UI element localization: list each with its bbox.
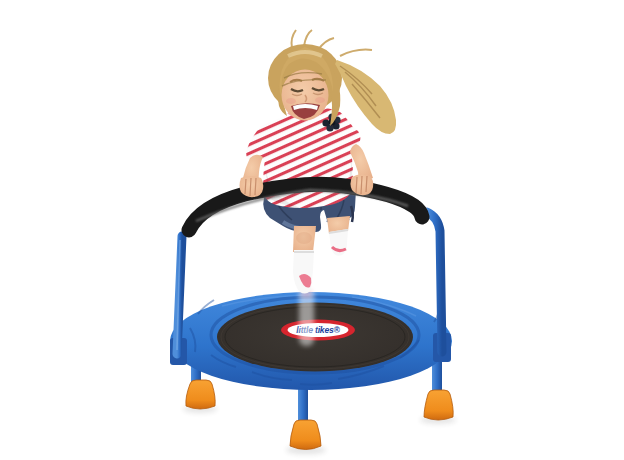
product-photo-svg: little tikes® bbox=[0, 0, 624, 460]
trampoline-foot-center bbox=[290, 420, 321, 450]
girl bbox=[242, 30, 396, 294]
brand-logo: little tikes® bbox=[281, 320, 355, 341]
trampoline-foot-right bbox=[424, 390, 453, 420]
girl-sock-left bbox=[293, 250, 314, 294]
trampoline-foot-left bbox=[186, 380, 215, 409]
product-photo: little tikes® bbox=[0, 0, 624, 460]
